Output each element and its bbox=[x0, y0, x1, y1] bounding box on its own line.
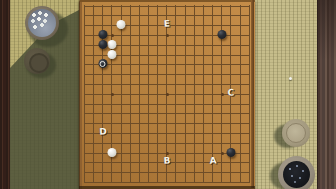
stray-white-stone bbox=[289, 77, 292, 80]
white-stones-pile bbox=[29, 9, 53, 33]
white-stone-D15 bbox=[107, 40, 116, 49]
go-tabletop-scene: ABCDE bbox=[0, 0, 336, 189]
star-point bbox=[221, 152, 224, 155]
board-grid[interactable]: ABCDE bbox=[84, 5, 250, 183]
move-label-C[interactable]: C bbox=[227, 88, 234, 97]
move-label-B[interactable]: B bbox=[163, 157, 170, 166]
star-point bbox=[166, 152, 169, 155]
star-point bbox=[111, 93, 114, 96]
star-point bbox=[166, 34, 169, 37]
black-stones-pile bbox=[283, 161, 310, 188]
star-point bbox=[221, 93, 224, 96]
white-stone-D14 bbox=[107, 49, 116, 58]
move-label-D[interactable]: D bbox=[99, 127, 107, 136]
right-bowl-lid-ring bbox=[286, 123, 306, 143]
right-plank-shading bbox=[317, 0, 336, 60]
last-move-marker bbox=[100, 61, 106, 67]
left-bowl-lid-ring bbox=[29, 53, 49, 73]
move-label-A[interactable]: A bbox=[209, 157, 216, 166]
board-side-edge bbox=[251, 0, 254, 188]
star-point bbox=[111, 34, 114, 37]
black-stone-Q16 bbox=[217, 30, 226, 39]
move-label-E[interactable]: E bbox=[164, 20, 171, 29]
white-stone-D4 bbox=[107, 147, 116, 156]
black-stone-C13 bbox=[98, 59, 107, 68]
board-bottom-shadow bbox=[79, 186, 255, 189]
black-stone-R4 bbox=[226, 147, 235, 156]
star-point bbox=[166, 93, 169, 96]
black-stone-C15 bbox=[98, 40, 107, 49]
black-stone-C16 bbox=[98, 30, 107, 39]
white-stone-E17 bbox=[117, 20, 126, 29]
